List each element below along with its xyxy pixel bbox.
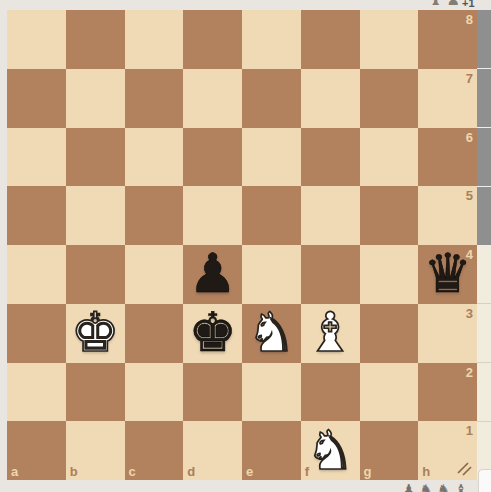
black-pawn[interactable]: ♟ xyxy=(188,245,236,303)
square-c3[interactable] xyxy=(125,304,184,363)
square-b6[interactable] xyxy=(66,128,125,187)
black-queen[interactable]: ♛ xyxy=(423,245,471,303)
square-b7[interactable] xyxy=(66,69,125,128)
white-knight[interactable]: ♞ xyxy=(247,304,295,362)
square-b1[interactable]: b xyxy=(66,421,125,480)
square-a8[interactable] xyxy=(7,10,66,69)
file-label-g: g xyxy=(364,465,372,478)
captured-pawn-icon: ♟ xyxy=(402,483,415,492)
square-e5[interactable] xyxy=(242,186,301,245)
square-h4[interactable]: 4♛ xyxy=(418,245,477,304)
square-e6[interactable] xyxy=(242,128,301,187)
square-a7[interactable] xyxy=(7,69,66,128)
square-c1[interactable]: c xyxy=(125,421,184,480)
chess-board[interactable]: 8765♟4♛♚♚♞♝32abcdef♞g1h xyxy=(7,10,477,480)
rank-label-2: 2 xyxy=(466,366,473,379)
square-f8[interactable] xyxy=(301,10,360,69)
square-b3[interactable]: ♚ xyxy=(66,304,125,363)
square-a3[interactable] xyxy=(7,304,66,363)
square-h5[interactable]: 5 xyxy=(418,186,477,245)
white-king[interactable]: ♚ xyxy=(71,304,119,362)
eval-gauge-segment xyxy=(477,10,491,69)
square-g6[interactable] xyxy=(360,128,419,187)
square-b8[interactable] xyxy=(66,10,125,69)
square-c6[interactable] xyxy=(125,128,184,187)
square-g8[interactable] xyxy=(360,10,419,69)
eval-gauge-segment xyxy=(477,246,491,305)
square-g4[interactable] xyxy=(360,245,419,304)
square-g1[interactable]: g xyxy=(360,421,419,480)
eval-gauge-segment xyxy=(477,363,491,422)
square-e8[interactable] xyxy=(242,10,301,69)
board-resize-handle[interactable] xyxy=(456,460,472,476)
square-f2[interactable] xyxy=(301,363,360,422)
square-f7[interactable] xyxy=(301,69,360,128)
captured-knight-icon: ♞ xyxy=(419,483,432,492)
white-bishop[interactable]: ♝ xyxy=(306,304,354,362)
rank-label-8: 8 xyxy=(466,13,473,26)
side-panel-corner xyxy=(478,469,491,492)
square-a6[interactable] xyxy=(7,128,66,187)
rank-label-3: 3 xyxy=(466,307,473,320)
file-label-c: c xyxy=(129,465,136,478)
evaluation-gauge xyxy=(477,10,491,480)
square-a1[interactable]: a xyxy=(7,421,66,480)
square-b2[interactable] xyxy=(66,363,125,422)
black-king[interactable]: ♚ xyxy=(188,304,236,362)
captured-pieces-bottom: ♟♞♞♝ xyxy=(402,483,468,492)
square-a4[interactable] xyxy=(7,245,66,304)
captured-pawn-icon: ♟ xyxy=(446,0,459,8)
rank-label-1: 1 xyxy=(466,424,473,437)
square-f6[interactable] xyxy=(301,128,360,187)
chess-app-screen: 8765♟4♛♚♚♞♝32abcdef♞g1h ♝♟ +1 ♟♞♞♝ xyxy=(0,0,491,492)
square-b4[interactable] xyxy=(66,245,125,304)
square-c2[interactable] xyxy=(125,363,184,422)
square-a5[interactable] xyxy=(7,186,66,245)
square-e1[interactable]: e xyxy=(242,421,301,480)
file-label-b: b xyxy=(70,465,78,478)
square-e7[interactable] xyxy=(242,69,301,128)
square-f3[interactable]: ♝ xyxy=(301,304,360,363)
square-h7[interactable]: 7 xyxy=(418,69,477,128)
captured-bishop-icon: ♝ xyxy=(454,483,467,492)
square-d6[interactable] xyxy=(183,128,242,187)
square-h8[interactable]: 8 xyxy=(418,10,477,69)
square-d2[interactable] xyxy=(183,363,242,422)
square-c7[interactable] xyxy=(125,69,184,128)
square-d5[interactable] xyxy=(183,186,242,245)
square-g3[interactable] xyxy=(360,304,419,363)
rank-label-5: 5 xyxy=(466,189,473,202)
square-b5[interactable] xyxy=(66,186,125,245)
square-g2[interactable] xyxy=(360,363,419,422)
file-label-h: h xyxy=(422,465,430,478)
file-label-e: e xyxy=(246,465,253,478)
captured-pieces-top: ♝♟ xyxy=(429,0,460,8)
white-knight[interactable]: ♞ xyxy=(306,422,354,480)
captured-knight-icon: ♞ xyxy=(437,483,450,492)
rank-label-7: 7 xyxy=(466,72,473,85)
square-e4[interactable] xyxy=(242,245,301,304)
square-c8[interactable] xyxy=(125,10,184,69)
square-h2[interactable]: 2 xyxy=(418,363,477,422)
square-a2[interactable] xyxy=(7,363,66,422)
material-advantage-badge: +1 xyxy=(462,0,475,9)
square-h3[interactable]: 3 xyxy=(418,304,477,363)
square-d3[interactable]: ♚ xyxy=(183,304,242,363)
square-c4[interactable] xyxy=(125,245,184,304)
square-h6[interactable]: 6 xyxy=(418,128,477,187)
square-f1[interactable]: f♞ xyxy=(301,421,360,480)
square-f4[interactable] xyxy=(301,245,360,304)
eval-gauge-segment xyxy=(477,187,491,246)
square-f5[interactable] xyxy=(301,186,360,245)
eval-gauge-segment xyxy=(477,304,491,363)
square-d8[interactable] xyxy=(183,10,242,69)
square-e3[interactable]: ♞ xyxy=(242,304,301,363)
file-label-d: d xyxy=(187,465,195,478)
rank-label-6: 6 xyxy=(466,131,473,144)
square-d1[interactable]: d xyxy=(183,421,242,480)
square-d7[interactable] xyxy=(183,69,242,128)
square-c5[interactable] xyxy=(125,186,184,245)
square-g5[interactable] xyxy=(360,186,419,245)
eval-gauge-segment xyxy=(477,69,491,128)
file-label-a: a xyxy=(11,465,18,478)
square-e2[interactable] xyxy=(242,363,301,422)
square-d4[interactable]: ♟ xyxy=(183,245,242,304)
eval-gauge-segment xyxy=(477,128,491,187)
captured-bishop-icon: ♝ xyxy=(429,0,442,8)
resize-handle-icon xyxy=(456,460,472,476)
square-g7[interactable] xyxy=(360,69,419,128)
